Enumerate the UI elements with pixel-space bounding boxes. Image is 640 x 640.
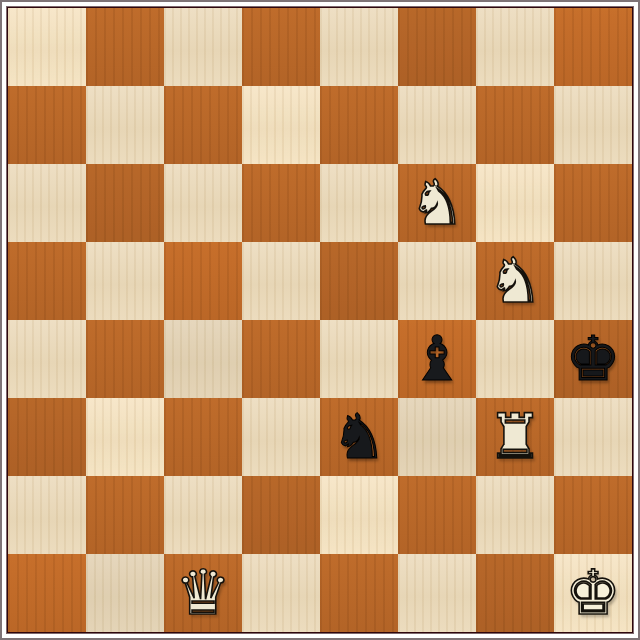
square-e1[interactable] — [320, 554, 398, 632]
square-e8[interactable] — [320, 8, 398, 86]
chess-board: ♞♞♝♚♞♜♛♚ — [8, 8, 632, 632]
square-a1[interactable] — [8, 554, 86, 632]
square-d4[interactable] — [242, 320, 320, 398]
square-f5[interactable] — [398, 242, 476, 320]
white-king[interactable]: ♚ — [565, 554, 621, 632]
square-e7[interactable] — [320, 86, 398, 164]
square-f7[interactable] — [398, 86, 476, 164]
square-h5[interactable] — [554, 242, 632, 320]
square-e3[interactable]: ♞ — [320, 398, 398, 476]
square-a4[interactable] — [8, 320, 86, 398]
square-d3[interactable] — [242, 398, 320, 476]
square-c6[interactable] — [164, 164, 242, 242]
square-g1[interactable] — [476, 554, 554, 632]
white-knight[interactable]: ♞ — [409, 164, 465, 242]
square-b5[interactable] — [86, 242, 164, 320]
square-c3[interactable] — [164, 398, 242, 476]
square-f2[interactable] — [398, 476, 476, 554]
square-h7[interactable] — [554, 86, 632, 164]
black-bishop[interactable]: ♝ — [409, 320, 465, 398]
black-king[interactable]: ♚ — [565, 320, 621, 398]
square-c8[interactable] — [164, 8, 242, 86]
square-h8[interactable] — [554, 8, 632, 86]
square-b2[interactable] — [86, 476, 164, 554]
square-d1[interactable] — [242, 554, 320, 632]
white-rook[interactable]: ♜ — [487, 398, 543, 476]
square-b3[interactable] — [86, 398, 164, 476]
square-a2[interactable] — [8, 476, 86, 554]
square-f1[interactable] — [398, 554, 476, 632]
square-d6[interactable] — [242, 164, 320, 242]
square-f8[interactable] — [398, 8, 476, 86]
board-frame: ♞♞♝♚♞♜♛♚ — [0, 0, 640, 640]
square-c7[interactable] — [164, 86, 242, 164]
square-g4[interactable] — [476, 320, 554, 398]
square-h1[interactable]: ♚ — [554, 554, 632, 632]
white-knight[interactable]: ♞ — [487, 242, 543, 320]
square-d2[interactable] — [242, 476, 320, 554]
square-c2[interactable] — [164, 476, 242, 554]
white-queen[interactable]: ♛ — [175, 554, 231, 632]
square-d8[interactable] — [242, 8, 320, 86]
square-a3[interactable] — [8, 398, 86, 476]
square-f3[interactable] — [398, 398, 476, 476]
square-b6[interactable] — [86, 164, 164, 242]
square-h2[interactable] — [554, 476, 632, 554]
black-knight[interactable]: ♞ — [331, 398, 387, 476]
square-b7[interactable] — [86, 86, 164, 164]
square-h3[interactable] — [554, 398, 632, 476]
square-b8[interactable] — [86, 8, 164, 86]
square-f6[interactable]: ♞ — [398, 164, 476, 242]
square-g8[interactable] — [476, 8, 554, 86]
square-f4[interactable]: ♝ — [398, 320, 476, 398]
square-e4[interactable] — [320, 320, 398, 398]
square-d7[interactable] — [242, 86, 320, 164]
square-h4[interactable]: ♚ — [554, 320, 632, 398]
square-a6[interactable] — [8, 164, 86, 242]
square-b1[interactable] — [86, 554, 164, 632]
square-g7[interactable] — [476, 86, 554, 164]
square-e5[interactable] — [320, 242, 398, 320]
square-c5[interactable] — [164, 242, 242, 320]
square-b4[interactable] — [86, 320, 164, 398]
square-g6[interactable] — [476, 164, 554, 242]
square-a8[interactable] — [8, 8, 86, 86]
square-e6[interactable] — [320, 164, 398, 242]
square-c4[interactable] — [164, 320, 242, 398]
square-e2[interactable] — [320, 476, 398, 554]
square-c1[interactable]: ♛ — [164, 554, 242, 632]
square-a7[interactable] — [8, 86, 86, 164]
square-g5[interactable]: ♞ — [476, 242, 554, 320]
square-a5[interactable] — [8, 242, 86, 320]
square-h6[interactable] — [554, 164, 632, 242]
square-g2[interactable] — [476, 476, 554, 554]
square-d5[interactable] — [242, 242, 320, 320]
square-g3[interactable]: ♜ — [476, 398, 554, 476]
